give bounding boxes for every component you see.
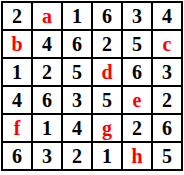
cell-r3c6-given-digit: 3 (153, 59, 181, 85)
cell-r4c5-blank-label: e (123, 87, 151, 113)
cell-r2c5-given-digit: 5 (123, 31, 151, 57)
cell-r5c2-given-digit: 1 (33, 115, 61, 141)
cell-r6c3-given-digit: 2 (63, 143, 91, 169)
cell-r5c3-given-digit: 4 (63, 115, 91, 141)
cell-r4c3-given-digit: 3 (63, 87, 91, 113)
cell-r1c2-blank-label: a (33, 3, 61, 29)
cell-r1c5-given-digit: 3 (123, 3, 151, 29)
cell-r5c5-given-digit: 2 (123, 115, 151, 141)
cell-r4c4-given-digit: 5 (93, 87, 121, 113)
cell-r6c2-given-digit: 3 (33, 143, 61, 169)
cell-r2c3-given-digit: 6 (63, 31, 91, 57)
cell-r1c1-given-digit: 2 (3, 3, 31, 29)
cell-r3c5-given-digit: 6 (123, 59, 151, 85)
cell-r2c6-blank-label: c (153, 31, 181, 57)
cell-r1c6-given-digit: 4 (153, 3, 181, 29)
cell-r2c1-blank-label: b (3, 31, 31, 57)
cell-r5c6-given-digit: 6 (153, 115, 181, 141)
cell-r6c1-given-digit: 6 (3, 143, 31, 169)
cell-r5c4-blank-label: g (93, 115, 121, 141)
cell-r3c1-given-digit: 1 (3, 59, 31, 85)
cell-r6c6-given-digit: 5 (153, 143, 181, 169)
puzzle-board-wrapper: 2a1634b4625c125d634635e2f14g266321h5 (0, 0, 184, 175)
cell-r4c6-given-digit: 2 (153, 87, 181, 113)
cell-r6c4-given-digit: 1 (93, 143, 121, 169)
cell-r5c1-blank-label: f (3, 115, 31, 141)
cell-r4c2-given-digit: 6 (33, 87, 61, 113)
cell-r3c4-blank-label: d (93, 59, 121, 85)
cell-r2c2-given-digit: 4 (33, 31, 61, 57)
cell-r1c4-given-digit: 6 (93, 3, 121, 29)
cell-r6c5-blank-label: h (123, 143, 151, 169)
cell-r2c4-given-digit: 2 (93, 31, 121, 57)
cell-r4c1-given-digit: 4 (3, 87, 31, 113)
cell-r3c3-given-digit: 5 (63, 59, 91, 85)
puzzle-board: 2a1634b4625c125d634635e2f14g266321h5 (1, 1, 183, 171)
cell-r3c2-given-digit: 2 (33, 59, 61, 85)
cell-r1c3-given-digit: 1 (63, 3, 91, 29)
